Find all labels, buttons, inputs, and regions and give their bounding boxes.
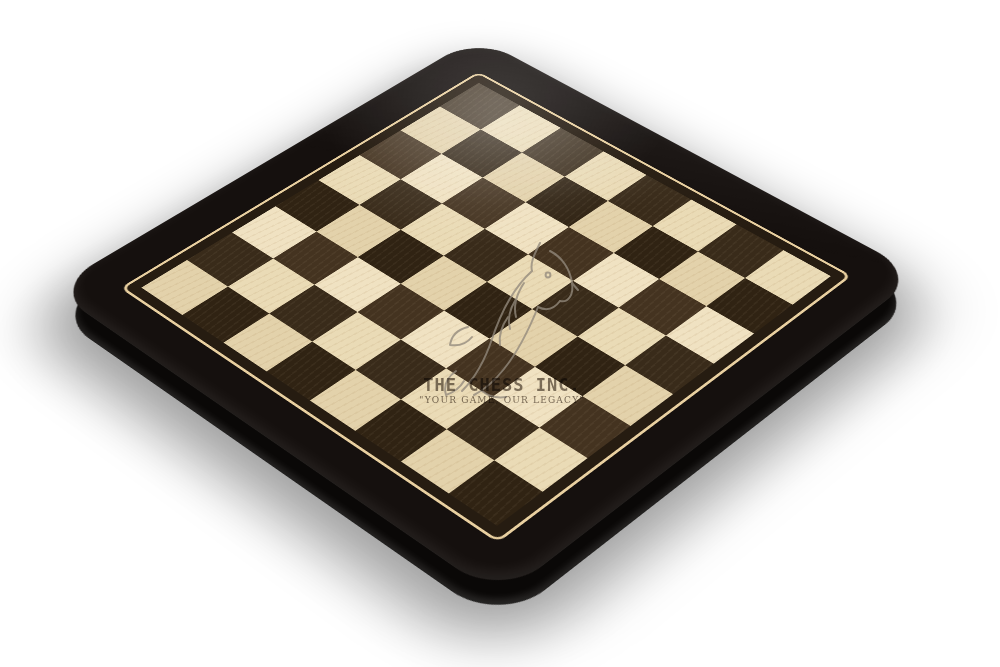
board-field [141,83,830,526]
board-frame [51,37,920,599]
chess-board [54,59,916,622]
product-photo-stage: THE CHESS INC. "YOUR GAME, OUR LEGACY" [0,0,1000,667]
board-inlay-pinstripe [120,72,852,543]
